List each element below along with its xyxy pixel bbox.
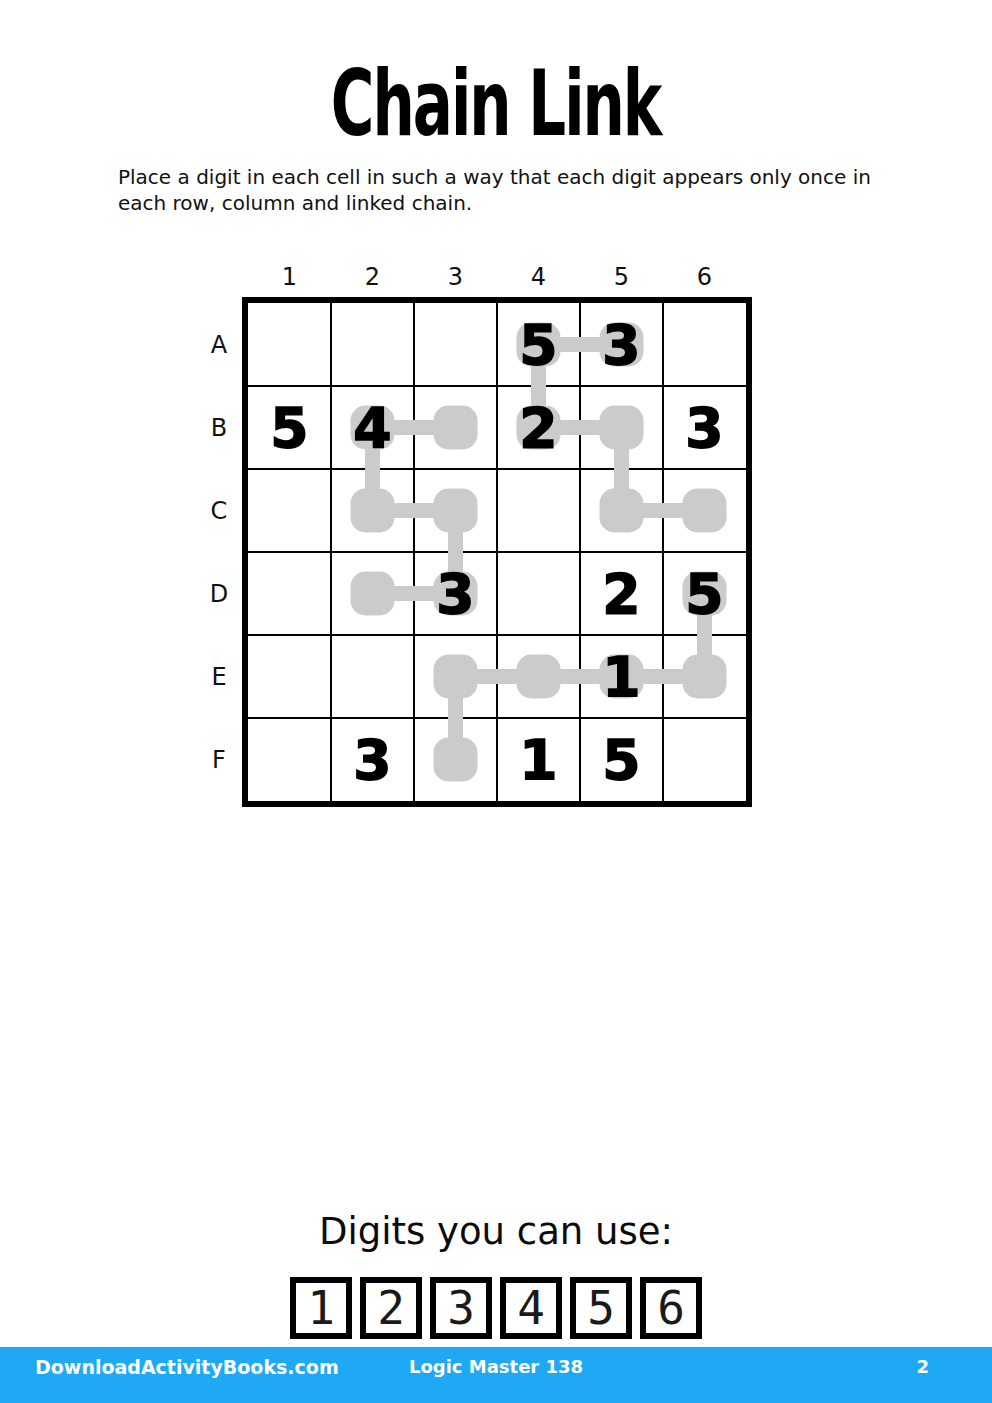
col-label-1: 1 xyxy=(265,262,315,292)
grid-cell-A5: 3 xyxy=(580,303,663,386)
grid-cell-F4: 1 xyxy=(497,718,580,801)
digit-box-6: 6 xyxy=(640,1277,702,1339)
col-label-3: 3 xyxy=(431,262,481,292)
page-title: Chain Link xyxy=(331,58,660,150)
puzzle-grid: 5354233251315 xyxy=(242,297,752,807)
grid-cell-E5: 1 xyxy=(580,635,663,718)
grid-cell-B2: 4 xyxy=(331,386,414,469)
grid-cell-B1: 5 xyxy=(248,386,331,469)
instructions-line-2: each row, column and linked chain. xyxy=(118,190,918,216)
col-label-6: 6 xyxy=(680,262,730,292)
title-wrap: Chain Link xyxy=(0,58,992,150)
row-label-C: C xyxy=(194,496,244,526)
grid-cell-B4: 2 xyxy=(497,386,580,469)
digits-panel-heading: Digits you can use: xyxy=(0,1210,992,1253)
row-label-E: E xyxy=(194,662,244,692)
footer-bar: DownloadActivityBooks.com Logic Master 1… xyxy=(0,1347,992,1403)
footer-book-title: Logic Master 138 xyxy=(0,1356,992,1378)
grid-cell-B6: 3 xyxy=(663,386,746,469)
digit-box-4: 4 xyxy=(500,1277,562,1339)
digit-box-3: 3 xyxy=(430,1277,492,1339)
digit-box-2: 2 xyxy=(360,1277,422,1339)
grid-digits-layer: 5354233251315 xyxy=(248,303,746,801)
row-label-A: A xyxy=(194,330,244,360)
digit-box-5: 5 xyxy=(570,1277,632,1339)
row-label-F: F xyxy=(194,745,244,775)
grid-cell-D6: 5 xyxy=(663,552,746,635)
grid-cell-D5: 2 xyxy=(580,552,663,635)
grid-cell-D3: 3 xyxy=(414,552,497,635)
grid-cell-F5: 5 xyxy=(580,718,663,801)
grid-cell-A4: 5 xyxy=(497,303,580,386)
row-label-D: D xyxy=(194,579,244,609)
digit-boxes: 123456 xyxy=(0,1277,992,1339)
col-label-2: 2 xyxy=(348,262,398,292)
puzzle-instructions: Place a digit in each cell in such a way… xyxy=(118,164,918,216)
row-label-B: B xyxy=(194,413,244,443)
col-label-4: 4 xyxy=(514,262,564,292)
digit-box-1: 1 xyxy=(290,1277,352,1339)
footer-page-number: 2 xyxy=(916,1356,929,1378)
grid-cell-F2: 3 xyxy=(331,718,414,801)
col-label-5: 5 xyxy=(597,262,647,292)
instructions-line-1: Place a digit in each cell in such a way… xyxy=(118,164,918,190)
